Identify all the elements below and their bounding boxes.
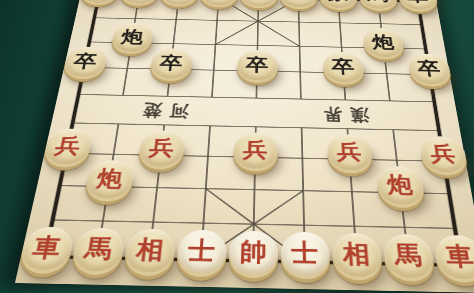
piece-glyph: 卒: [416, 59, 441, 77]
piece-glyph: 士: [291, 240, 318, 265]
piece-glyph: 車: [31, 235, 63, 260]
piece-glyph: 車: [444, 243, 474, 269]
piece-glyph: 車: [406, 0, 429, 3]
piece-glyph: 士: [187, 238, 215, 263]
piece-glyph: 馬: [393, 242, 423, 268]
piece-glyph: 兵: [429, 143, 457, 164]
river-label-chu-he: 河楚: [103, 95, 228, 126]
piece-glyph: 炮: [386, 173, 414, 195]
piece-glyph: 卒: [159, 54, 183, 72]
piece-glyph: 士: [288, 0, 309, 1]
piece-glyph: 帥: [239, 239, 266, 264]
xiangqi-photo-scene: 河楚 漢界 車馬象士將士象馬車炮炮卒卒卒卒卒兵兵兵兵兵炮炮車馬相士帥士相馬車: [0, 0, 474, 293]
piece-glyph: 兵: [243, 139, 268, 160]
piece-glyph: 馬: [366, 0, 388, 3]
piece-glyph: 炮: [120, 28, 144, 45]
piece-glyph: 兵: [336, 141, 362, 162]
piece-glyph: 兵: [148, 137, 175, 158]
piece-glyph: 象: [327, 0, 349, 2]
xiangqi-board[interactable]: 河楚 漢界 車馬象士將士象馬車炮炮卒卒卒卒卒兵兵兵兵兵炮炮車馬相士帥士相馬車: [15, 0, 474, 293]
piece-glyph: 卒: [246, 56, 269, 74]
piece-glyph: 卒: [72, 52, 98, 70]
piece-glyph: 馬: [83, 236, 114, 261]
piece-glyph: 炮: [95, 167, 124, 189]
piece-glyph: 卒: [331, 57, 355, 75]
piece-glyph: 相: [135, 237, 165, 262]
piece-glyph: 兵: [54, 135, 83, 156]
piece-glyph: 相: [342, 241, 371, 266]
piece-glyph: 炮: [371, 33, 395, 50]
river-label-han-jie: 漢界: [285, 99, 409, 130]
